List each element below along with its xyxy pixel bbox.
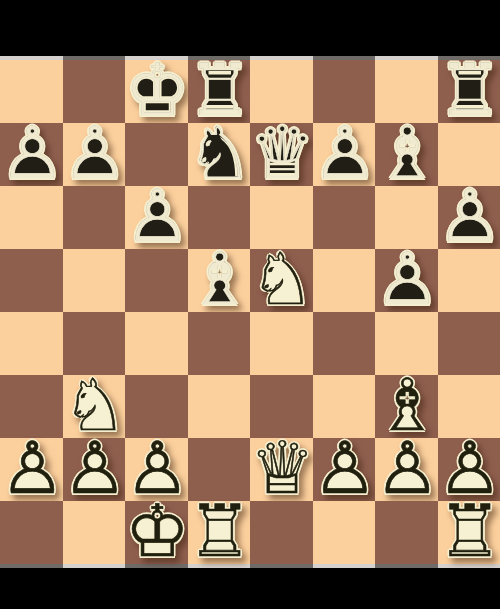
bottom-letterbox <box>0 568 500 609</box>
square-d1[interactable]: ♜♖ <box>188 501 251 564</box>
piece-outline-glyph: ♙ <box>63 123 126 186</box>
square-h5[interactable] <box>438 249 500 312</box>
piece-outline-glyph: ♙ <box>438 186 500 249</box>
square-h1[interactable]: ♜♖ <box>438 501 500 564</box>
square-a2[interactable]: ♟♙ <box>0 438 63 501</box>
square-c1[interactable]: ♚♔ <box>125 501 188 564</box>
piece-outline-glyph: ♘ <box>250 249 313 312</box>
black-pawn-f7[interactable]: ♟♙ <box>313 123 376 186</box>
piece-outline-glyph: ♙ <box>313 123 376 186</box>
square-f1[interactable] <box>313 501 376 564</box>
piece-outline-glyph: ♖ <box>188 501 251 564</box>
square-b6[interactable] <box>63 186 126 249</box>
square-a4[interactable] <box>0 312 63 375</box>
white-pawn-g2[interactable]: ♟♙ <box>375 438 438 501</box>
black-pawn-b7[interactable]: ♟♙ <box>63 123 126 186</box>
piece-outline-glyph: ♔ <box>125 501 188 564</box>
piece-outline-glyph: ♘ <box>188 123 251 186</box>
square-e5[interactable]: ♞♘ <box>250 249 313 312</box>
square-c5[interactable] <box>125 249 188 312</box>
square-g5[interactable]: ♟♙ <box>375 249 438 312</box>
square-f7[interactable]: ♟♙ <box>313 123 376 186</box>
square-h4[interactable] <box>438 312 500 375</box>
square-a6[interactable] <box>0 186 63 249</box>
chess-app-window: ♚♔♜♖♜♖♟♙♟♙♞♘♛♕♟♙♝♗♟♙♟♙♝♗♞♘♟♙♞♘♝♗♟♙♟♙♟♙♛♕… <box>0 0 500 609</box>
black-knight-d7[interactable]: ♞♘ <box>188 123 251 186</box>
white-rook-h1[interactable]: ♜♖ <box>438 501 500 564</box>
square-c8[interactable]: ♚♔ <box>125 60 188 123</box>
chess-board: ♚♔♜♖♜♖♟♙♟♙♞♘♛♕♟♙♝♗♟♙♟♙♝♗♞♘♟♙♞♘♝♗♟♙♟♙♟♙♛♕… <box>0 60 500 564</box>
square-a5[interactable] <box>0 249 63 312</box>
square-b1[interactable] <box>63 501 126 564</box>
black-queen-e7[interactable]: ♛♕ <box>250 123 313 186</box>
square-f6[interactable] <box>313 186 376 249</box>
black-bishop-g7[interactable]: ♝♗ <box>375 123 438 186</box>
square-d5[interactable]: ♝♗ <box>188 249 251 312</box>
piece-outline-glyph: ♕ <box>250 438 313 501</box>
square-f2[interactable]: ♟♙ <box>313 438 376 501</box>
square-g1[interactable] <box>375 501 438 564</box>
square-h6[interactable]: ♟♙ <box>438 186 500 249</box>
white-pawn-a2[interactable]: ♟♙ <box>0 438 63 501</box>
piece-outline-glyph: ♗ <box>375 123 438 186</box>
piece-outline-glyph: ♙ <box>0 123 63 186</box>
square-b5[interactable] <box>63 249 126 312</box>
black-rook-h8[interactable]: ♜♖ <box>438 60 500 123</box>
square-a7[interactable]: ♟♙ <box>0 123 63 186</box>
square-f5[interactable] <box>313 249 376 312</box>
piece-outline-glyph: ♙ <box>375 249 438 312</box>
piece-outline-glyph: ♖ <box>438 60 500 123</box>
square-e2[interactable]: ♛♕ <box>250 438 313 501</box>
white-queen-e2[interactable]: ♛♕ <box>250 438 313 501</box>
square-c4[interactable] <box>125 312 188 375</box>
white-pawn-b2[interactable]: ♟♙ <box>63 438 126 501</box>
black-pawn-g5[interactable]: ♟♙ <box>375 249 438 312</box>
square-a1[interactable] <box>0 501 63 564</box>
square-e4[interactable] <box>250 312 313 375</box>
piece-outline-glyph: ♙ <box>63 438 126 501</box>
piece-outline-glyph: ♖ <box>438 501 500 564</box>
black-king-c8[interactable]: ♚♔ <box>125 60 188 123</box>
piece-outline-glyph: ♙ <box>375 438 438 501</box>
square-d7[interactable]: ♞♘ <box>188 123 251 186</box>
square-e7[interactable]: ♛♕ <box>250 123 313 186</box>
square-b2[interactable]: ♟♙ <box>63 438 126 501</box>
white-pawn-f2[interactable]: ♟♙ <box>313 438 376 501</box>
square-b7[interactable]: ♟♙ <box>63 123 126 186</box>
square-h8[interactable]: ♜♖ <box>438 60 500 123</box>
square-e1[interactable] <box>250 501 313 564</box>
white-knight-e5[interactable]: ♞♘ <box>250 249 313 312</box>
square-c6[interactable]: ♟♙ <box>125 186 188 249</box>
square-d4[interactable] <box>188 312 251 375</box>
square-f4[interactable] <box>313 312 376 375</box>
black-pawn-h6[interactable]: ♟♙ <box>438 186 500 249</box>
black-pawn-a7[interactable]: ♟♙ <box>0 123 63 186</box>
black-pawn-c6[interactable]: ♟♙ <box>125 186 188 249</box>
square-d3[interactable] <box>188 375 251 438</box>
piece-outline-glyph: ♙ <box>313 438 376 501</box>
piece-outline-glyph: ♙ <box>125 186 188 249</box>
square-g7[interactable]: ♝♗ <box>375 123 438 186</box>
piece-outline-glyph: ♕ <box>250 123 313 186</box>
black-bishop-d5[interactable]: ♝♗ <box>188 249 251 312</box>
white-king-c1[interactable]: ♚♔ <box>125 501 188 564</box>
piece-outline-glyph: ♙ <box>0 438 63 501</box>
white-rook-d1[interactable]: ♜♖ <box>188 501 251 564</box>
square-g2[interactable]: ♟♙ <box>375 438 438 501</box>
piece-outline-glyph: ♔ <box>125 60 188 123</box>
piece-outline-glyph: ♗ <box>188 249 251 312</box>
